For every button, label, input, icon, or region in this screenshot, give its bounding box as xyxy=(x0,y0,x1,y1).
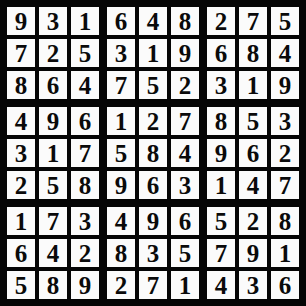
sudoku-cell: 4 xyxy=(271,39,299,67)
sudoku-cell: 6 xyxy=(39,71,67,99)
sudoku-cell: 5 xyxy=(239,107,267,135)
sudoku-cell: 6 xyxy=(271,271,299,299)
sudoku-cell: 1 xyxy=(7,207,35,235)
sudoku-cell: 7 xyxy=(107,71,135,99)
sudoku-cell: 2 xyxy=(139,107,167,135)
sudoku-cell: 7 xyxy=(39,207,67,235)
sudoku-cell: 4 xyxy=(171,139,199,167)
sudoku-cell: 5 xyxy=(271,7,299,35)
sudoku-cell: 9 xyxy=(7,7,35,35)
sudoku-cell: 3 xyxy=(239,271,267,299)
sudoku-cell: 4 xyxy=(39,239,67,267)
sudoku-cell: 3 xyxy=(107,39,135,67)
sudoku-cell: 3 xyxy=(207,71,235,99)
sudoku-cell: 3 xyxy=(271,107,299,135)
sudoku-cell: 6 xyxy=(239,139,267,167)
sudoku-cell: 1 xyxy=(39,139,67,167)
sudoku-cell: 3 xyxy=(71,207,99,235)
sudoku-cell: 2 xyxy=(171,71,199,99)
sudoku-cell: 5 xyxy=(139,71,167,99)
sudoku-cell: 5 xyxy=(39,171,67,199)
sudoku-cell: 4 xyxy=(71,71,99,99)
sudoku-cell: 7 xyxy=(271,171,299,199)
sudoku-cell: 8 xyxy=(39,271,67,299)
sudoku-cell: 7 xyxy=(7,39,35,67)
sudoku-cell: 4 xyxy=(207,271,235,299)
sudoku-cell: 4 xyxy=(239,171,267,199)
sudoku-cell: 2 xyxy=(271,139,299,167)
sudoku-cell: 4 xyxy=(139,7,167,35)
sudoku-cell: 2 xyxy=(39,39,67,67)
sudoku-cell: 2 xyxy=(107,271,135,299)
sudoku-cell: 5 xyxy=(171,239,199,267)
sudoku-cell: 4 xyxy=(7,107,35,135)
sudoku-cell: 9 xyxy=(207,139,235,167)
sudoku-cell: 6 xyxy=(7,239,35,267)
sudoku-cell: 9 xyxy=(139,207,167,235)
sudoku-board: 9316482757253196848647523194961278533175… xyxy=(0,0,306,306)
sudoku-cell: 1 xyxy=(271,239,299,267)
sudoku-cell: 2 xyxy=(71,239,99,267)
sudoku-cell: 8 xyxy=(171,7,199,35)
sudoku-cell: 7 xyxy=(139,271,167,299)
sudoku-cell: 6 xyxy=(171,207,199,235)
sudoku-cell: 1 xyxy=(239,71,267,99)
sudoku-cell: 7 xyxy=(171,107,199,135)
sudoku-cell: 9 xyxy=(107,171,135,199)
sudoku-cell: 7 xyxy=(71,139,99,167)
sudoku-cell: 6 xyxy=(107,7,135,35)
sudoku-cell: 7 xyxy=(207,239,235,267)
sudoku-cell: 5 xyxy=(71,39,99,67)
sudoku-cell: 6 xyxy=(207,39,235,67)
sudoku-cell: 6 xyxy=(139,171,167,199)
sudoku-cell: 8 xyxy=(207,107,235,135)
sudoku-cell: 8 xyxy=(139,139,167,167)
sudoku-cell: 5 xyxy=(107,139,135,167)
sudoku-cell: 3 xyxy=(39,7,67,35)
sudoku-cell: 9 xyxy=(271,71,299,99)
sudoku-cell: 2 xyxy=(7,171,35,199)
sudoku-cell: 2 xyxy=(207,7,235,35)
sudoku-cell: 8 xyxy=(271,207,299,235)
sudoku-cell: 1 xyxy=(107,107,135,135)
sudoku-cell: 8 xyxy=(107,239,135,267)
sudoku-cell: 9 xyxy=(39,107,67,135)
sudoku-cell: 5 xyxy=(207,207,235,235)
sudoku-cell: 3 xyxy=(7,139,35,167)
sudoku-cell: 6 xyxy=(71,107,99,135)
sudoku-cell: 9 xyxy=(239,239,267,267)
sudoku-cell: 1 xyxy=(139,39,167,67)
sudoku-cell: 1 xyxy=(207,171,235,199)
sudoku-cell: 7 xyxy=(239,7,267,35)
sudoku-cell: 1 xyxy=(71,7,99,35)
sudoku-cell: 8 xyxy=(71,171,99,199)
sudoku-cell: 9 xyxy=(71,271,99,299)
sudoku-cell: 9 xyxy=(171,39,199,67)
sudoku-cell: 5 xyxy=(7,271,35,299)
sudoku-cell: 2 xyxy=(239,207,267,235)
sudoku-cell: 1 xyxy=(171,271,199,299)
sudoku-cell: 4 xyxy=(107,207,135,235)
sudoku-cell: 8 xyxy=(7,71,35,99)
sudoku-cell: 3 xyxy=(139,239,167,267)
sudoku-cell: 8 xyxy=(239,39,267,67)
sudoku-cell: 3 xyxy=(171,171,199,199)
